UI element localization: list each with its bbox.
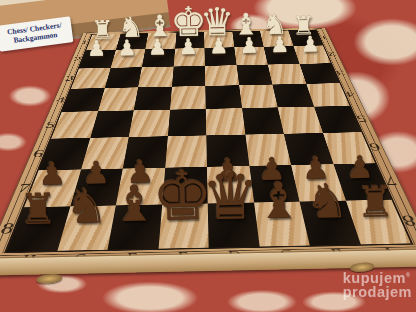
hinge-left-icon: [36, 273, 63, 284]
square-c5: [242, 107, 284, 134]
square-c4: [239, 84, 278, 108]
square-c2: [234, 47, 268, 65]
square-e8: [158, 203, 209, 248]
square-g2: [110, 49, 145, 67]
square-d4: [205, 85, 241, 109]
watermark: kupujem® prodajem: [343, 272, 412, 299]
square-f4: [134, 87, 172, 111]
square-g5: [90, 110, 134, 138]
registered-mark: ®: [406, 273, 411, 279]
square-e5: [167, 109, 206, 136]
square-e3: [172, 66, 206, 87]
product-photo-scene: Chess/ Checkers/ Backgammon 12345678 123…: [0, 0, 416, 312]
square-c1: [232, 31, 264, 47]
square-f1: [145, 33, 176, 49]
square-e1: [175, 32, 205, 48]
square-f3: [138, 66, 173, 87]
square-d3: [205, 65, 239, 86]
board-grid: [6, 30, 410, 252]
square-g1: [116, 33, 149, 49]
square-d6: [206, 135, 249, 167]
square-e6: [165, 136, 207, 168]
square-f6: [123, 136, 168, 168]
square-e2: [173, 48, 204, 66]
square-g6: [81, 137, 129, 169]
square-d1: [204, 32, 234, 48]
watermark-line-2: prodajem: [343, 286, 412, 299]
square-d7: [207, 166, 254, 204]
square-f8: [108, 204, 162, 249]
square-d8: [208, 202, 259, 247]
square-d5: [206, 108, 245, 135]
board-area: 12345678 12345678 HGFEDCBA ♜♞♝♛♚♝♞♜♟♟♟♟♟…: [0, 0, 416, 312]
square-g4: [98, 87, 138, 111]
square-d2: [204, 47, 236, 65]
square-f5: [129, 110, 170, 137]
chess-board-frame: 12345678 12345678 HGFEDCBA: [0, 28, 416, 271]
square-f2: [142, 49, 175, 67]
square-e4: [170, 86, 206, 110]
square-g3: [105, 67, 142, 88]
square-c3: [236, 64, 272, 85]
square-f7: [116, 167, 165, 205]
square-e7: [162, 167, 208, 205]
